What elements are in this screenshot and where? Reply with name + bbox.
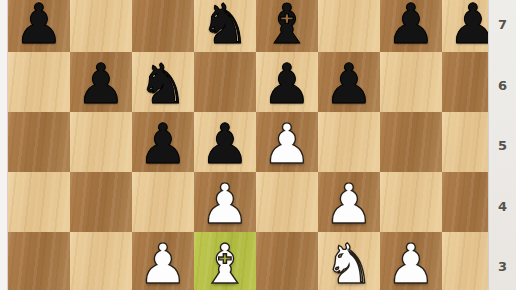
square-c5[interactable]: ♟	[132, 112, 194, 172]
black-bishop[interactable]: ♝	[256, 0, 318, 54]
black-pawn[interactable]: ♟	[380, 0, 442, 54]
black-knight[interactable]: ♞	[194, 0, 256, 54]
chess-app-viewport: ♟♞♝♟♟♟♞♟♟♟♟♟♟♟♟♝♞♟ 76543	[0, 0, 516, 290]
black-pawn[interactable]: ♟	[132, 114, 194, 174]
square-d3[interactable]: ♝	[194, 232, 256, 290]
square-c7[interactable]	[132, 0, 194, 52]
black-pawn[interactable]: ♟	[256, 54, 318, 114]
square-a5[interactable]	[8, 112, 70, 172]
square-g6[interactable]	[380, 52, 442, 112]
square-b4[interactable]	[70, 172, 132, 232]
rank-labels-column: 76543	[488, 0, 516, 290]
square-e3[interactable]	[256, 232, 318, 290]
square-e6[interactable]: ♟	[256, 52, 318, 112]
square-e5[interactable]: ♟	[256, 112, 318, 172]
square-f5[interactable]	[318, 112, 380, 172]
square-b7[interactable]	[70, 0, 132, 52]
rank-label-3: 3	[489, 258, 516, 276]
square-g4[interactable]	[380, 172, 442, 232]
rank-label-7: 7	[489, 16, 516, 34]
square-g5[interactable]	[380, 112, 442, 172]
chess-board: ♟♞♝♟♟♟♞♟♟♟♟♟♟♟♟♝♞♟	[8, 0, 504, 290]
rank-label-4: 4	[489, 198, 516, 216]
black-pawn[interactable]: ♟	[194, 114, 256, 174]
square-c3[interactable]: ♟	[132, 232, 194, 290]
square-d4[interactable]: ♟	[194, 172, 256, 232]
square-c4[interactable]	[132, 172, 194, 232]
black-knight[interactable]: ♞	[132, 54, 194, 114]
square-d5[interactable]: ♟	[194, 112, 256, 172]
square-f4[interactable]: ♟	[318, 172, 380, 232]
black-pawn[interactable]: ♟	[70, 54, 132, 114]
square-b5[interactable]	[70, 112, 132, 172]
black-pawn[interactable]: ♟	[318, 54, 380, 114]
white-pawn[interactable]: ♟	[318, 174, 380, 234]
square-a6[interactable]	[8, 52, 70, 112]
square-a4[interactable]	[8, 172, 70, 232]
square-e7[interactable]: ♝	[256, 0, 318, 52]
white-pawn[interactable]: ♟	[194, 174, 256, 234]
square-a3[interactable]	[8, 232, 70, 290]
white-pawn[interactable]: ♟	[256, 114, 318, 174]
rank-label-5: 5	[489, 137, 516, 155]
square-g7[interactable]: ♟	[380, 0, 442, 52]
window-left-edge	[0, 0, 8, 290]
square-f3[interactable]: ♞	[318, 232, 380, 290]
square-e4[interactable]	[256, 172, 318, 232]
square-d7[interactable]: ♞	[194, 0, 256, 52]
white-bishop[interactable]: ♝	[194, 234, 256, 290]
square-f7[interactable]	[318, 0, 380, 52]
white-pawn[interactable]: ♟	[380, 234, 442, 290]
square-d6[interactable]	[194, 52, 256, 112]
square-f6[interactable]: ♟	[318, 52, 380, 112]
square-b3[interactable]	[70, 232, 132, 290]
square-g3[interactable]: ♟	[380, 232, 442, 290]
square-c6[interactable]: ♞	[132, 52, 194, 112]
square-a7[interactable]: ♟	[8, 0, 70, 52]
rank-label-6: 6	[489, 77, 516, 95]
square-b6[interactable]: ♟	[70, 52, 132, 112]
white-knight[interactable]: ♞	[318, 234, 380, 290]
black-pawn[interactable]: ♟	[8, 0, 70, 54]
white-pawn[interactable]: ♟	[132, 234, 194, 290]
